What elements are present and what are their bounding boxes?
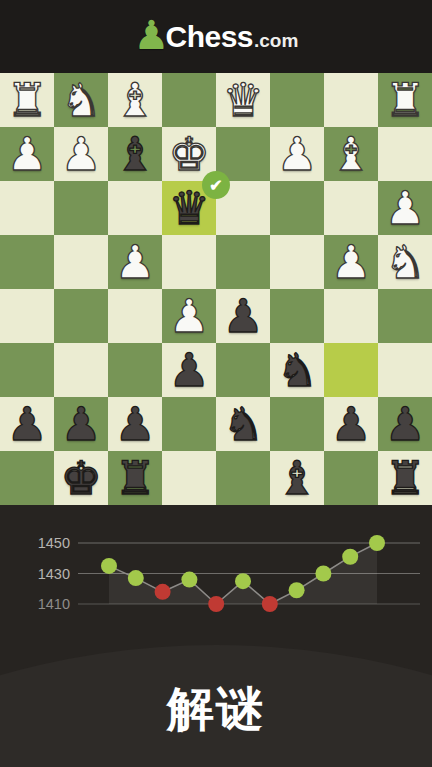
- mode-title: 解谜: [0, 683, 432, 735]
- app-header: ♟ Chess .com: [0, 0, 432, 73]
- square-d4[interactable]: [216, 235, 270, 289]
- square-e4[interactable]: [162, 235, 216, 289]
- square-a6[interactable]: [378, 343, 432, 397]
- square-c3[interactable]: [270, 181, 324, 235]
- piece-white-rook: ♜: [6, 73, 47, 127]
- square-d7[interactable]: ♞: [216, 397, 270, 451]
- rating-point-win: [235, 573, 251, 589]
- square-c4[interactable]: [270, 235, 324, 289]
- square-d5[interactable]: ♟: [216, 289, 270, 343]
- square-a5[interactable]: [378, 289, 432, 343]
- piece-white-pawn: ♟: [6, 127, 47, 181]
- square-e8[interactable]: [162, 451, 216, 505]
- piece-white-pawn: ♟: [330, 235, 371, 289]
- square-g2[interactable]: ♟: [54, 127, 108, 181]
- rating-point-win: [128, 570, 144, 586]
- square-g7[interactable]: ♟: [54, 397, 108, 451]
- check-icon: ✔: [209, 176, 222, 195]
- piece-black-pawn: ♟: [384, 397, 425, 451]
- square-f4[interactable]: ♟: [108, 235, 162, 289]
- square-f1[interactable]: ♝: [108, 73, 162, 127]
- piece-black-rook: ♜: [114, 451, 155, 505]
- piece-black-pawn: ♟: [60, 397, 101, 451]
- rating-chart-section: 145014301410 解谜: [0, 505, 432, 767]
- rating-point-win: [289, 582, 305, 598]
- rating-point-loss: [208, 596, 224, 612]
- square-h1[interactable]: ♜: [0, 73, 54, 127]
- square-h4[interactable]: [0, 235, 54, 289]
- square-g5[interactable]: [54, 289, 108, 343]
- piece-black-pawn: ♟: [114, 397, 155, 451]
- square-h8[interactable]: [0, 451, 54, 505]
- rating-point-loss: [262, 596, 278, 612]
- square-h5[interactable]: [0, 289, 54, 343]
- square-h3[interactable]: [0, 181, 54, 235]
- rating-point-loss: [155, 584, 171, 600]
- square-h7[interactable]: ♟: [0, 397, 54, 451]
- piece-black-pawn: ♟: [222, 289, 263, 343]
- piece-white-rook: ♜: [384, 73, 425, 127]
- square-d1[interactable]: ♛: [216, 73, 270, 127]
- square-b1[interactable]: [324, 73, 378, 127]
- square-b7[interactable]: ♟: [324, 397, 378, 451]
- piece-black-pawn: ♟: [168, 343, 209, 397]
- square-f2[interactable]: ♝: [108, 127, 162, 181]
- square-g8[interactable]: ♚: [54, 451, 108, 505]
- piece-black-bishop: ♝: [276, 451, 317, 505]
- square-e1[interactable]: [162, 73, 216, 127]
- square-f6[interactable]: [108, 343, 162, 397]
- square-b2[interactable]: ♝: [324, 127, 378, 181]
- square-g6[interactable]: [54, 343, 108, 397]
- piece-black-rook: ♜: [384, 451, 425, 505]
- pawn-logo-icon: ♟: [134, 15, 170, 55]
- square-g1[interactable]: ♞: [54, 73, 108, 127]
- square-b3[interactable]: [324, 181, 378, 235]
- piece-black-pawn: ♟: [330, 397, 371, 451]
- square-a4[interactable]: ♞: [378, 235, 432, 289]
- correct-move-badge: ✔: [202, 171, 230, 199]
- square-e5[interactable]: ♟: [162, 289, 216, 343]
- y-tick-label: 1430: [38, 566, 70, 582]
- square-b8[interactable]: [324, 451, 378, 505]
- square-c6[interactable]: ♞: [270, 343, 324, 397]
- piece-white-knight: ♞: [384, 235, 425, 289]
- square-b4[interactable]: ♟: [324, 235, 378, 289]
- piece-white-bishop: ♝: [114, 73, 155, 127]
- square-g4[interactable]: [54, 235, 108, 289]
- square-f7[interactable]: ♟: [108, 397, 162, 451]
- piece-black-knight: ♞: [276, 343, 317, 397]
- puzzle-rating-chart: 145014301410: [0, 505, 432, 665]
- piece-black-pawn: ♟: [6, 397, 47, 451]
- square-f8[interactable]: ♜: [108, 451, 162, 505]
- piece-white-pawn: ♟: [384, 181, 425, 235]
- rating-point-win: [181, 572, 197, 588]
- square-c7[interactable]: [270, 397, 324, 451]
- square-c5[interactable]: [270, 289, 324, 343]
- square-g3[interactable]: [54, 181, 108, 235]
- piece-black-bishop: ♝: [114, 127, 155, 181]
- piece-white-pawn: ♟: [276, 127, 317, 181]
- logo-text-suffix: .com: [254, 30, 298, 52]
- rating-point-win: [342, 549, 358, 565]
- square-b5[interactable]: [324, 289, 378, 343]
- piece-white-queen: ♛: [222, 73, 263, 127]
- square-a8[interactable]: ♜: [378, 451, 432, 505]
- piece-white-bishop: ♝: [330, 127, 371, 181]
- chess-board: ✔ ♜♞♝♛♜♟♟♝♚♟♝♛♟♟♟♞♟♟♟♞♟♟♟♞♟♟♚♜♝♜: [0, 73, 432, 505]
- piece-black-king: ♚: [60, 451, 101, 505]
- square-f3[interactable]: [108, 181, 162, 235]
- piece-white-pawn: ♟: [60, 127, 101, 181]
- square-a1[interactable]: ♜: [378, 73, 432, 127]
- square-h6[interactable]: [0, 343, 54, 397]
- square-f5[interactable]: [108, 289, 162, 343]
- square-c2[interactable]: ♟: [270, 127, 324, 181]
- square-a2[interactable]: [378, 127, 432, 181]
- square-d8[interactable]: [216, 451, 270, 505]
- rating-point-win: [369, 535, 385, 551]
- logo-text-main: Chess: [165, 20, 253, 54]
- square-a3[interactable]: ♟: [378, 181, 432, 235]
- square-a7[interactable]: ♟: [378, 397, 432, 451]
- square-b6[interactable]: [324, 343, 378, 397]
- square-c1[interactable]: [270, 73, 324, 127]
- piece-white-pawn: ♟: [168, 289, 209, 343]
- y-tick-label: 1450: [38, 535, 70, 551]
- chesscom-logo: ♟ Chess .com: [134, 19, 299, 55]
- piece-white-pawn: ♟: [114, 235, 155, 289]
- rating-point-win: [315, 566, 331, 582]
- y-tick-label: 1410: [38, 596, 70, 612]
- rating-point-win: [101, 558, 117, 574]
- square-e7[interactable]: [162, 397, 216, 451]
- piece-black-knight: ♞: [222, 397, 263, 451]
- square-h2[interactable]: ♟: [0, 127, 54, 181]
- piece-white-king: ♚: [168, 127, 209, 181]
- square-d6[interactable]: [216, 343, 270, 397]
- square-c8[interactable]: ♝: [270, 451, 324, 505]
- square-e6[interactable]: ♟: [162, 343, 216, 397]
- piece-white-knight: ♞: [60, 73, 101, 127]
